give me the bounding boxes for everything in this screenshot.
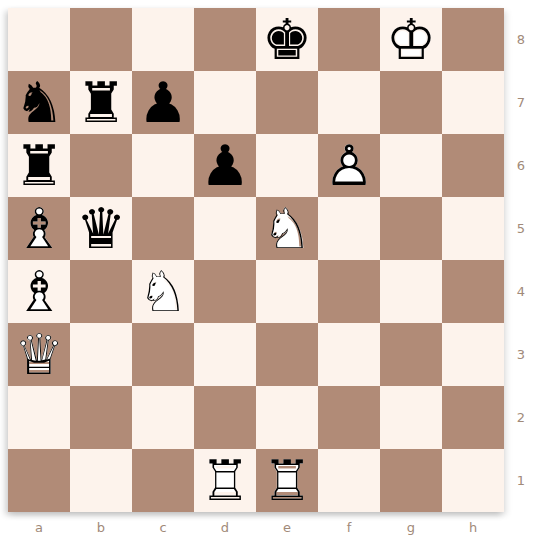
rank-label-3: 3 xyxy=(504,323,538,386)
rank-label-4: 4 xyxy=(504,260,538,323)
piece-outline-layer: ♔ xyxy=(380,8,442,71)
square-f1[interactable] xyxy=(318,449,380,512)
square-a6[interactable]: ♜ xyxy=(8,134,70,197)
square-d4[interactable] xyxy=(194,260,256,323)
square-f4[interactable] xyxy=(318,260,380,323)
piece-outline-layer: ♕ xyxy=(8,323,70,386)
square-g3[interactable] xyxy=(380,323,442,386)
file-label-e: e xyxy=(256,512,318,542)
square-a3[interactable]: ♛♕ xyxy=(8,323,70,386)
rank-label-1: 1 xyxy=(504,449,538,512)
piece-outline-layer: ♖ xyxy=(194,449,256,512)
piece-black-rook[interactable]: ♜ xyxy=(8,134,70,197)
rank-label-6: 6 xyxy=(504,134,538,197)
square-d2[interactable] xyxy=(194,386,256,449)
file-label-h: h xyxy=(442,512,504,542)
square-c2[interactable] xyxy=(132,386,194,449)
file-label-g: g xyxy=(380,512,442,542)
file-label-d: d xyxy=(194,512,256,542)
piece-fill-layer: ♛ xyxy=(70,197,132,260)
square-e2[interactable] xyxy=(256,386,318,449)
square-b1[interactable] xyxy=(70,449,132,512)
square-b7[interactable]: ♜ xyxy=(70,71,132,134)
piece-white-knight[interactable]: ♞♘ xyxy=(132,260,194,323)
piece-white-knight[interactable]: ♞♘ xyxy=(256,197,318,260)
square-g6[interactable] xyxy=(380,134,442,197)
file-labels: abcdefgh xyxy=(8,512,504,542)
square-e3[interactable] xyxy=(256,323,318,386)
square-h6[interactable] xyxy=(442,134,504,197)
piece-black-knight[interactable]: ♞ xyxy=(8,71,70,134)
square-b4[interactable] xyxy=(70,260,132,323)
piece-black-pawn[interactable]: ♟ xyxy=(194,134,256,197)
rank-label-2: 2 xyxy=(504,386,538,449)
piece-outline-layer: ♘ xyxy=(256,197,318,260)
square-d1[interactable]: ♜♖ xyxy=(194,449,256,512)
square-d3[interactable] xyxy=(194,323,256,386)
piece-white-bishop[interactable]: ♝♗ xyxy=(8,260,70,323)
square-g4[interactable] xyxy=(380,260,442,323)
piece-fill-layer: ♟ xyxy=(194,134,256,197)
square-a2[interactable] xyxy=(8,386,70,449)
square-c1[interactable] xyxy=(132,449,194,512)
square-d6[interactable]: ♟ xyxy=(194,134,256,197)
square-h3[interactable] xyxy=(442,323,504,386)
piece-outline-layer: ♗ xyxy=(8,197,70,260)
piece-outline-layer: ♗ xyxy=(8,260,70,323)
square-g2[interactable] xyxy=(380,386,442,449)
square-c4[interactable]: ♞♘ xyxy=(132,260,194,323)
square-h8[interactable] xyxy=(442,8,504,71)
square-b8[interactable] xyxy=(70,8,132,71)
square-g8[interactable]: ♚♔ xyxy=(380,8,442,71)
piece-outline-layer: ♖ xyxy=(256,449,318,512)
square-h7[interactable] xyxy=(442,71,504,134)
square-b2[interactable] xyxy=(70,386,132,449)
square-c6[interactable] xyxy=(132,134,194,197)
piece-white-king[interactable]: ♚♔ xyxy=(380,8,442,71)
square-e1[interactable]: ♜♖ xyxy=(256,449,318,512)
piece-white-bishop[interactable]: ♝♗ xyxy=(8,197,70,260)
file-label-b: b xyxy=(70,512,132,542)
rank-label-5: 5 xyxy=(504,197,538,260)
square-c8[interactable] xyxy=(132,8,194,71)
piece-fill-layer: ♟ xyxy=(132,71,194,134)
chess-board: ♚♚♔♞♜♟♜♟♟♙♝♗♛♞♘♝♗♞♘♛♕♜♖♜♖ xyxy=(8,8,504,512)
square-f2[interactable] xyxy=(318,386,380,449)
square-h4[interactable] xyxy=(442,260,504,323)
square-b3[interactable] xyxy=(70,323,132,386)
rank-label-8: 8 xyxy=(504,8,538,71)
piece-white-queen[interactable]: ♛♕ xyxy=(8,323,70,386)
square-e6[interactable] xyxy=(256,134,318,197)
square-h2[interactable] xyxy=(442,386,504,449)
piece-fill-layer: ♞ xyxy=(8,71,70,134)
square-a7[interactable]: ♞ xyxy=(8,71,70,134)
square-f5[interactable] xyxy=(318,197,380,260)
square-h5[interactable] xyxy=(442,197,504,260)
rank-labels: 87654321 xyxy=(504,8,538,512)
square-e8[interactable]: ♚ xyxy=(256,8,318,71)
piece-outline-layer: ♙ xyxy=(318,134,380,197)
square-d8[interactable] xyxy=(194,8,256,71)
square-c5[interactable] xyxy=(132,197,194,260)
square-g7[interactable] xyxy=(380,71,442,134)
square-c7[interactable]: ♟ xyxy=(132,71,194,134)
square-e7[interactable] xyxy=(256,71,318,134)
piece-white-pawn[interactable]: ♟♙ xyxy=(318,134,380,197)
piece-black-queen[interactable]: ♛ xyxy=(70,197,132,260)
square-e4[interactable] xyxy=(256,260,318,323)
rank-label-7: 7 xyxy=(504,71,538,134)
piece-white-rook[interactable]: ♜♖ xyxy=(256,449,318,512)
piece-fill-layer: ♜ xyxy=(8,134,70,197)
file-label-c: c xyxy=(132,512,194,542)
file-label-a: a xyxy=(8,512,70,542)
square-a5[interactable]: ♝♗ xyxy=(8,197,70,260)
file-label-f: f xyxy=(318,512,380,542)
piece-black-king[interactable]: ♚ xyxy=(256,8,318,71)
square-f8[interactable] xyxy=(318,8,380,71)
square-f6[interactable]: ♟♙ xyxy=(318,134,380,197)
square-g1[interactable] xyxy=(380,449,442,512)
square-a8[interactable] xyxy=(8,8,70,71)
square-f3[interactable] xyxy=(318,323,380,386)
piece-fill-layer: ♚ xyxy=(256,8,318,71)
piece-black-rook[interactable]: ♜ xyxy=(70,71,132,134)
square-b6[interactable] xyxy=(70,134,132,197)
square-d5[interactable] xyxy=(194,197,256,260)
square-e5[interactable]: ♞♘ xyxy=(256,197,318,260)
square-a4[interactable]: ♝♗ xyxy=(8,260,70,323)
piece-white-rook[interactable]: ♜♖ xyxy=(194,449,256,512)
piece-outline-layer: ♘ xyxy=(132,260,194,323)
chessboard-container: ♚♚♔♞♜♟♜♟♟♙♝♗♛♞♘♝♗♞♘♛♕♜♖♜♖ 87654321 abcde… xyxy=(8,8,504,512)
square-b5[interactable]: ♛ xyxy=(70,197,132,260)
piece-black-pawn[interactable]: ♟ xyxy=(132,71,194,134)
square-g5[interactable] xyxy=(380,197,442,260)
square-c3[interactable] xyxy=(132,323,194,386)
square-f7[interactable] xyxy=(318,71,380,134)
square-h1[interactable] xyxy=(442,449,504,512)
square-a1[interactable] xyxy=(8,449,70,512)
piece-fill-layer: ♜ xyxy=(70,71,132,134)
square-d7[interactable] xyxy=(194,71,256,134)
